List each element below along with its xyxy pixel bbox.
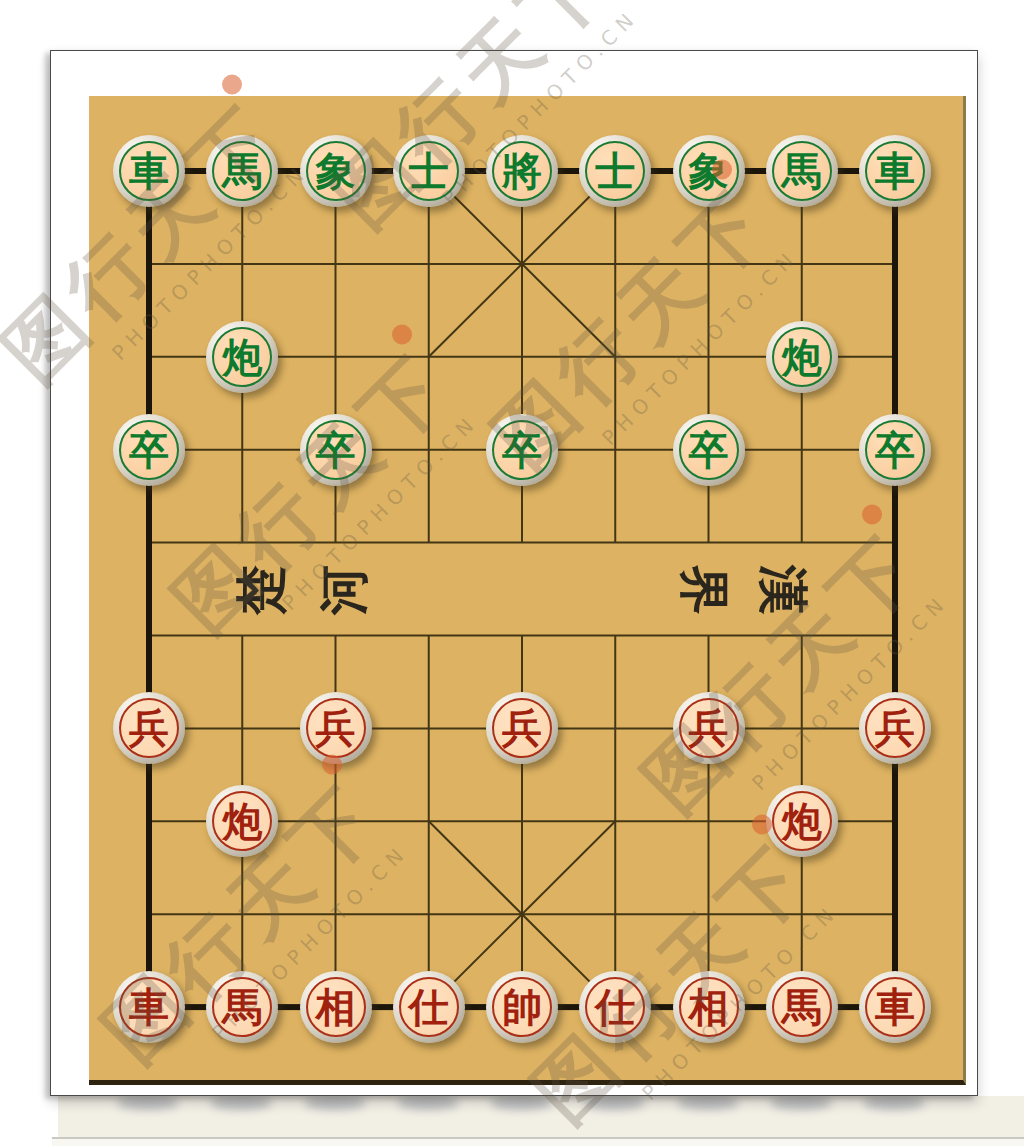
piece-black-cannon[interactable]: 炮	[206, 321, 278, 393]
piece-black-chariot[interactable]: 車	[859, 135, 931, 207]
piece-red-elephant[interactable]: 相	[300, 971, 372, 1043]
piece-black-soldier[interactable]: 卒	[673, 414, 745, 486]
page-shadow-blob	[677, 1096, 739, 1110]
piece-black-soldier[interactable]: 卒	[859, 414, 931, 486]
piece-character: 卒	[502, 430, 542, 470]
piece-face: 馬	[772, 141, 832, 201]
piece-character: 士	[409, 151, 449, 191]
piece-face: 將	[492, 141, 552, 201]
river-label-han: 漢	[758, 565, 808, 615]
piece-character: 象	[316, 151, 356, 191]
piece-character: 兵	[316, 708, 356, 748]
piece-red-horse[interactable]: 馬	[206, 971, 278, 1043]
piece-black-elephant[interactable]: 象	[300, 135, 372, 207]
piece-character: 卒	[875, 430, 915, 470]
piece-face: 卒	[119, 420, 179, 480]
page-shadow-blob	[304, 1096, 366, 1110]
piece-face: 炮	[772, 327, 832, 387]
piece-character: 仕	[595, 987, 635, 1027]
piece-face: 士	[399, 141, 459, 201]
piece-face: 仕	[585, 977, 645, 1037]
piece-character: 卒	[129, 430, 169, 470]
piece-face: 卒	[492, 420, 552, 480]
piece-face: 車	[119, 141, 179, 201]
piece-face: 車	[119, 977, 179, 1037]
piece-character: 炮	[782, 801, 822, 841]
piece-face: 兵	[119, 698, 179, 758]
piece-face: 車	[865, 977, 925, 1037]
piece-character: 炮	[222, 337, 262, 377]
piece-red-chariot[interactable]: 車	[859, 971, 931, 1043]
piece-character: 卒	[316, 430, 356, 470]
piece-character: 兵	[689, 708, 729, 748]
river-label-chu: 楚	[236, 565, 286, 615]
piece-character: 炮	[782, 337, 822, 377]
piece-character: 象	[689, 151, 729, 191]
xiangqi-board: 楚河界漢 車馬象士將士象馬車炮炮卒卒卒卒卒兵兵兵兵兵炮炮車馬相仕帥仕相馬車	[89, 96, 966, 1085]
piece-black-horse[interactable]: 馬	[766, 135, 838, 207]
piece-character: 士	[595, 151, 635, 191]
piece-face: 卒	[679, 420, 739, 480]
piece-red-soldier[interactable]: 兵	[673, 692, 745, 764]
piece-face: 馬	[212, 977, 272, 1037]
piece-character: 車	[875, 987, 915, 1027]
piece-black-soldier[interactable]: 卒	[486, 414, 558, 486]
piece-face: 兵	[306, 698, 366, 758]
piece-face: 士	[585, 141, 645, 201]
piece-character: 馬	[222, 987, 262, 1027]
piece-character: 帥	[502, 987, 542, 1027]
page-shadow-blob	[583, 1096, 645, 1110]
piece-face: 炮	[772, 791, 832, 851]
piece-face: 仕	[399, 977, 459, 1037]
page-shadow-blob	[490, 1096, 552, 1110]
piece-face: 兵	[492, 698, 552, 758]
piece-black-chariot[interactable]: 車	[113, 135, 185, 207]
piece-red-soldier[interactable]: 兵	[300, 692, 372, 764]
piece-red-advisor[interactable]: 仕	[393, 971, 465, 1043]
page-shadow-blob	[210, 1096, 272, 1110]
piece-face: 炮	[212, 791, 272, 851]
piece-face: 相	[679, 977, 739, 1037]
piece-character: 兵	[502, 708, 542, 748]
piece-character: 將	[502, 151, 542, 191]
piece-face: 相	[306, 977, 366, 1037]
page-shadow-blob	[770, 1096, 832, 1110]
piece-face: 兵	[679, 698, 739, 758]
piece-red-chariot[interactable]: 車	[113, 971, 185, 1043]
piece-character: 馬	[782, 151, 822, 191]
page-shadow-blob	[863, 1096, 925, 1110]
piece-character: 兵	[875, 708, 915, 748]
piece-face: 象	[306, 141, 366, 201]
piece-black-advisor[interactable]: 士	[579, 135, 651, 207]
piece-character: 相	[689, 987, 729, 1027]
piece-character: 馬	[782, 987, 822, 1027]
piece-black-soldier[interactable]: 卒	[300, 414, 372, 486]
piece-face: 卒	[306, 420, 366, 480]
piece-red-soldier[interactable]: 兵	[113, 692, 185, 764]
piece-black-general[interactable]: 將	[486, 135, 558, 207]
piece-character: 兵	[129, 708, 169, 748]
page-shadow-blob	[117, 1096, 179, 1110]
piece-character: 車	[129, 987, 169, 1027]
piece-red-elephant[interactable]: 相	[673, 971, 745, 1043]
piece-character: 炮	[222, 801, 262, 841]
backdrop-bottom-strip	[52, 1139, 1024, 1146]
piece-character: 馬	[222, 151, 262, 191]
piece-face: 帥	[492, 977, 552, 1037]
page-shadow-blob	[397, 1096, 459, 1110]
piece-face: 車	[865, 141, 925, 201]
river-label-he: 河	[319, 565, 369, 615]
piece-face: 炮	[212, 327, 272, 387]
piece-red-soldier[interactable]: 兵	[486, 692, 558, 764]
piece-red-cannon[interactable]: 炮	[766, 785, 838, 857]
piece-red-horse[interactable]: 馬	[766, 971, 838, 1043]
piece-face: 兵	[865, 698, 925, 758]
piece-black-cannon[interactable]: 炮	[766, 321, 838, 393]
piece-black-soldier[interactable]: 卒	[113, 414, 185, 486]
piece-character: 卒	[689, 430, 729, 470]
river-label-jie: 界	[679, 565, 729, 615]
piece-red-advisor[interactable]: 仕	[579, 971, 651, 1043]
piece-character: 車	[129, 151, 169, 191]
piece-face: 馬	[212, 141, 272, 201]
board-grid	[89, 96, 963, 1080]
piece-character: 仕	[409, 987, 449, 1027]
piece-black-advisor[interactable]: 士	[393, 135, 465, 207]
piece-black-horse[interactable]: 馬	[206, 135, 278, 207]
piece-black-elephant[interactable]: 象	[673, 135, 745, 207]
piece-character: 車	[875, 151, 915, 191]
piece-character: 相	[316, 987, 356, 1027]
piece-face: 卒	[865, 420, 925, 480]
piece-face: 象	[679, 141, 739, 201]
piece-face: 馬	[772, 977, 832, 1037]
photo-page: 楚河界漢 車馬象士將士象馬車炮炮卒卒卒卒卒兵兵兵兵兵炮炮車馬相仕帥仕相馬車	[50, 50, 978, 1096]
piece-red-soldier[interactable]: 兵	[859, 692, 931, 764]
piece-red-general[interactable]: 帥	[486, 971, 558, 1043]
